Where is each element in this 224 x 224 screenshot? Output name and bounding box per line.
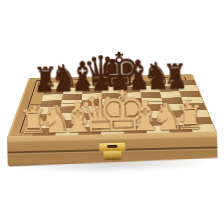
square-f1	[146, 125, 170, 133]
square-h1	[190, 124, 216, 132]
chessboard-grid	[32, 80, 216, 137]
brass-clasp-icon	[99, 143, 125, 161]
square-g1	[168, 125, 193, 133]
square-d1	[101, 126, 124, 135]
square-a1	[32, 128, 56, 137]
clasp-hasp	[103, 151, 121, 159]
clasp-slot	[107, 145, 117, 148]
square-c1	[78, 127, 101, 136]
square-e1	[123, 126, 147, 135]
chess-set-scene: ♜♞♝♛♚♝♞♜♟♟♟♟♟♟♟♟♟♟♟♟♟♟♟♟♜♞♝♛♚♝♞♜	[0, 0, 224, 224]
inlay-border	[19, 77, 204, 133]
chess-board-box-top	[7, 74, 217, 137]
product-photo: ♜♞♝♛♚♝♞♜♟♟♟♟♟♟♟♟♟♟♟♟♟♟♟♟♜♞♝♛♚♝♞♜	[0, 0, 224, 224]
square-b1	[55, 127, 79, 136]
